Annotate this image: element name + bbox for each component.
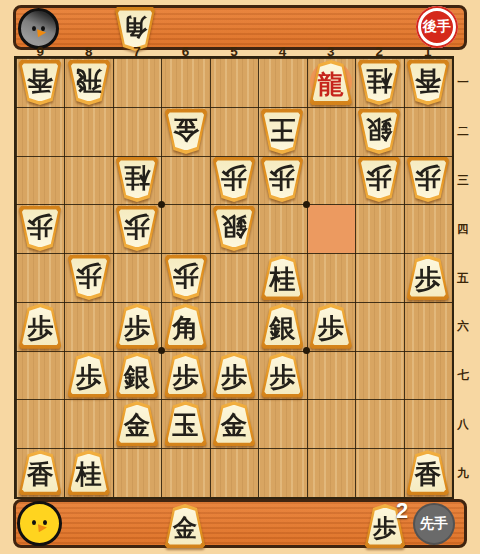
avatar-eye-icon xyxy=(41,26,45,31)
piece-87-sente-歩[interactable]: 歩 xyxy=(68,353,110,398)
piece-kanji: 飛 xyxy=(68,60,110,105)
piece-11-gote-香[interactable]: 香 xyxy=(407,60,449,105)
piece-73-gote-桂[interactable]: 桂 xyxy=(116,157,158,202)
piece-kanji: 香 xyxy=(19,60,61,105)
piece-kanji: 桂 xyxy=(261,255,303,300)
avatar-beak-icon xyxy=(38,524,47,532)
piece-81-gote-飛[interactable]: 飛 xyxy=(68,60,110,105)
piece-23-gote-歩[interactable]: 歩 xyxy=(358,157,400,202)
gote-avatar xyxy=(18,8,59,49)
piece-74-gote-歩[interactable]: 歩 xyxy=(116,206,158,251)
piece-45-sente-桂[interactable]: 桂 xyxy=(261,255,303,300)
piece-67-sente-歩[interactable]: 歩 xyxy=(165,353,207,398)
sente-badge: 先手 xyxy=(413,503,455,545)
piece-kanji: 銀 xyxy=(358,109,400,154)
piece-kanji: 歩 xyxy=(310,304,352,349)
piece-43-gote-歩[interactable]: 歩 xyxy=(261,157,303,202)
piece-57-sente-歩[interactable]: 歩 xyxy=(213,353,255,398)
piece-kanji: 銀 xyxy=(213,206,255,251)
piece-65-gote-歩[interactable]: 歩 xyxy=(165,255,207,300)
piece-kanji: 歩 xyxy=(19,206,61,251)
piece-kanji: 香 xyxy=(19,450,61,495)
piece-36-sente-歩[interactable]: 歩 xyxy=(310,304,352,349)
piece-kanji: 桂 xyxy=(116,157,158,202)
piece-kanji: 歩 xyxy=(165,255,207,300)
piece-54-gote-銀[interactable]: 銀 xyxy=(213,206,255,251)
piece-kanji: 角 xyxy=(165,304,207,349)
piece-89-sente-桂[interactable]: 桂 xyxy=(68,450,110,495)
gote-player-bar xyxy=(13,5,467,50)
rank-label-7: 七 xyxy=(452,368,474,383)
piece-31-sente-龍[interactable]: 龍 xyxy=(310,60,352,105)
piece-hand-gote-角[interactable]: 角 xyxy=(115,7,155,51)
piece-kanji: 歩 xyxy=(358,157,400,202)
piece-kanji: 桂 xyxy=(68,450,110,495)
piece-kanji: 桂 xyxy=(358,60,400,105)
piece-kanji: 龍 xyxy=(310,60,352,105)
piece-kanji: 金 xyxy=(116,401,158,446)
piece-85-gote-歩[interactable]: 歩 xyxy=(68,255,110,300)
piece-kanji: 王 xyxy=(261,109,303,154)
piece-kanji: 歩 xyxy=(407,157,449,202)
piece-68-sente-玉[interactable]: 玉 xyxy=(165,401,207,446)
rank-label-6: 六 xyxy=(452,319,474,334)
piece-kanji: 歩 xyxy=(68,353,110,398)
piece-76-sente-歩[interactable]: 歩 xyxy=(116,304,158,349)
piece-kanji: 歩 xyxy=(261,157,303,202)
piece-kanji: 香 xyxy=(407,60,449,105)
avatar-eye-icon xyxy=(32,26,36,31)
piece-kanji: 歩 xyxy=(365,504,405,548)
piece-kanji: 香 xyxy=(407,450,449,495)
piece-46-sente-銀[interactable]: 銀 xyxy=(261,304,303,349)
rank-label-8: 八 xyxy=(452,417,474,432)
piece-78-sente-金[interactable]: 金 xyxy=(116,401,158,446)
piece-19-sente-香[interactable]: 香 xyxy=(407,450,449,495)
piece-hand-sente-金[interactable]: 金 xyxy=(165,504,205,548)
star-point xyxy=(303,201,310,208)
rank-label-4: 四 xyxy=(452,222,474,237)
piece-53-gote-歩[interactable]: 歩 xyxy=(213,157,255,202)
piece-kanji: 歩 xyxy=(407,255,449,300)
piece-kanji: 銀 xyxy=(116,353,158,398)
piece-96-sente-歩[interactable]: 歩 xyxy=(19,304,61,349)
piece-22-gote-銀[interactable]: 銀 xyxy=(358,109,400,154)
piece-kanji: 歩 xyxy=(213,353,255,398)
piece-kanji: 歩 xyxy=(165,353,207,398)
sente-avatar xyxy=(17,501,62,546)
star-point xyxy=(158,201,165,208)
piece-47-sente-歩[interactable]: 歩 xyxy=(261,353,303,398)
rank-label-1: 一 xyxy=(452,75,474,90)
shogi-app-screen: 後手 角 香飛龍桂香金王銀桂歩歩歩歩歩歩銀歩歩桂歩歩歩角銀歩歩銀歩歩歩金玉金香桂… xyxy=(0,0,480,554)
piece-kanji: 金 xyxy=(165,504,205,548)
rank-label-5: 五 xyxy=(452,271,474,286)
piece-94-gote-歩[interactable]: 歩 xyxy=(19,206,61,251)
shogi-board[interactable]: 香飛龍桂香金王銀桂歩歩歩歩歩歩銀歩歩桂歩歩歩角銀歩歩銀歩歩歩金玉金香桂香 xyxy=(14,56,454,499)
piece-kanji: 歩 xyxy=(116,304,158,349)
piece-99-sente-香[interactable]: 香 xyxy=(19,450,61,495)
piece-15-sente-歩[interactable]: 歩 xyxy=(407,255,449,300)
piece-21-gote-桂[interactable]: 桂 xyxy=(358,60,400,105)
gote-hand-slot-角: 角 xyxy=(115,7,155,51)
piece-66-sente-角[interactable]: 角 xyxy=(165,304,207,349)
last-move-from-highlight xyxy=(308,205,355,253)
rank-label-3: 三 xyxy=(452,173,474,188)
piece-13-gote-歩[interactable]: 歩 xyxy=(407,157,449,202)
piece-kanji: 歩 xyxy=(261,353,303,398)
piece-62-gote-金[interactable]: 金 xyxy=(165,109,207,154)
avatar-eye-icon xyxy=(32,520,36,525)
rank-label-2: 二 xyxy=(452,124,474,139)
gote-badge: 後手 xyxy=(416,6,458,48)
piece-kanji: 歩 xyxy=(19,304,61,349)
piece-77-sente-銀[interactable]: 銀 xyxy=(116,353,158,398)
piece-kanji: 金 xyxy=(213,401,255,446)
rank-label-9: 九 xyxy=(452,466,474,481)
piece-kanji: 歩 xyxy=(68,255,110,300)
piece-kanji: 銀 xyxy=(261,304,303,349)
piece-kanji: 金 xyxy=(165,109,207,154)
piece-91-gote-香[interactable]: 香 xyxy=(19,60,61,105)
piece-kanji: 歩 xyxy=(116,206,158,251)
piece-hand-sente-歩[interactable]: 歩 xyxy=(365,504,405,548)
sente-hand-slot-歩: 歩2 xyxy=(365,504,405,548)
piece-kanji: 歩 xyxy=(213,157,255,202)
piece-42-gote-王[interactable]: 王 xyxy=(261,109,303,154)
avatar-eye-icon xyxy=(43,520,47,525)
piece-58-sente-金[interactable]: 金 xyxy=(213,401,255,446)
piece-kanji: 角 xyxy=(115,7,155,51)
piece-kanji: 玉 xyxy=(165,401,207,446)
sente-hand-slot-金: 金 xyxy=(165,504,205,548)
